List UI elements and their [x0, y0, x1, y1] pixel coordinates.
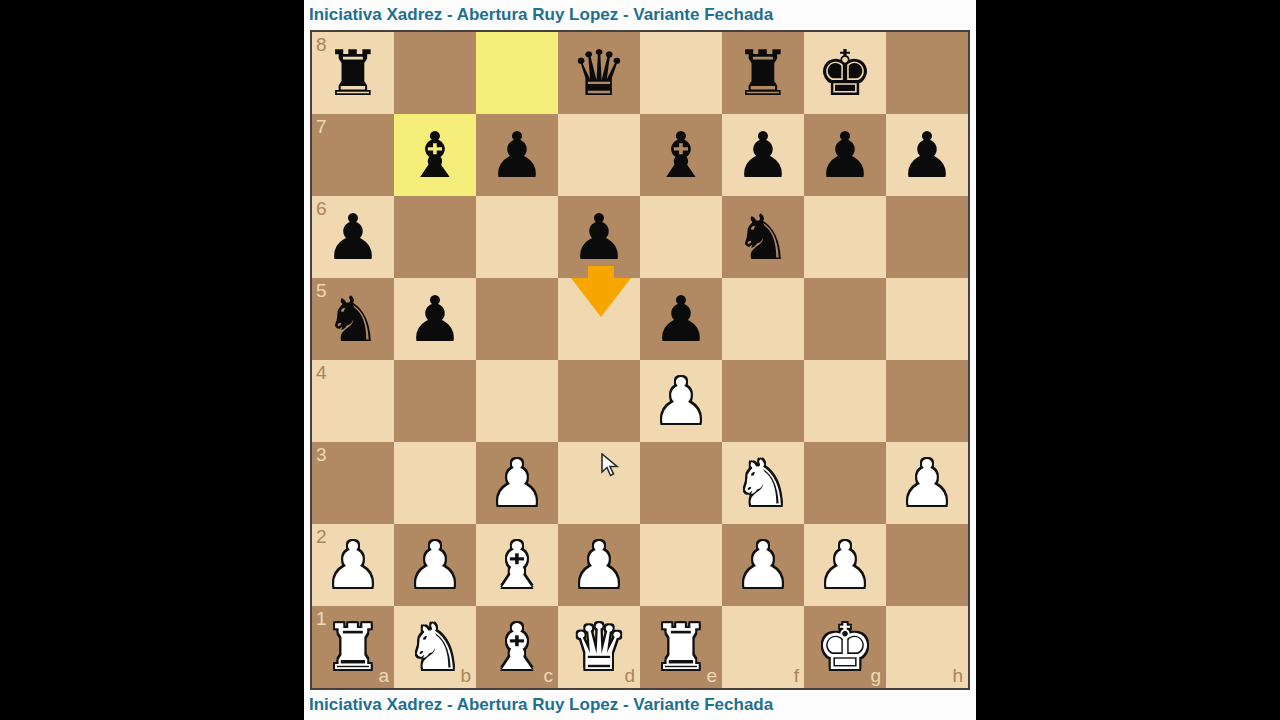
- square-c2[interactable]: ♝: [476, 524, 558, 606]
- square-c6[interactable]: [476, 196, 558, 278]
- white-pawn-h3[interactable]: ♟: [886, 442, 968, 524]
- square-h2[interactable]: [886, 524, 968, 606]
- square-a6[interactable]: 6♟: [312, 196, 394, 278]
- square-g8[interactable]: ♚: [804, 32, 886, 114]
- black-pawn-d6[interactable]: ♟: [558, 196, 640, 278]
- white-pawn-f2[interactable]: ♟: [722, 524, 804, 606]
- page-title: Iniciativa Xadrez - Abertura Ruy Lopez -…: [309, 5, 773, 25]
- white-knight-f3[interactable]: ♞: [722, 442, 804, 524]
- square-e4[interactable]: ♟: [640, 360, 722, 442]
- chess-board[interactable]: 8♜♛♜♚7♝♟♝♟♟♟6♟♟♞5♞♟♟4♟3♟♞♟2♟♟♝♟♟♟1a♜b♞c♝…: [312, 32, 968, 688]
- square-d6[interactable]: ♟: [558, 196, 640, 278]
- white-bishop-c2[interactable]: ♝: [476, 524, 558, 606]
- content-column: Iniciativa Xadrez - Abertura Ruy Lopez -…: [304, 0, 976, 720]
- black-pawn-c7[interactable]: ♟: [476, 114, 558, 196]
- square-f3[interactable]: ♞: [722, 442, 804, 524]
- black-pawn-f7[interactable]: ♟: [722, 114, 804, 196]
- white-pawn-c3[interactable]: ♟: [476, 442, 558, 524]
- square-b6[interactable]: [394, 196, 476, 278]
- square-h3[interactable]: ♟: [886, 442, 968, 524]
- square-g4[interactable]: [804, 360, 886, 442]
- square-c3[interactable]: ♟: [476, 442, 558, 524]
- square-f8[interactable]: ♜: [722, 32, 804, 114]
- square-b3[interactable]: [394, 442, 476, 524]
- square-h6[interactable]: [886, 196, 968, 278]
- white-queen-d1[interactable]: ♛: [558, 606, 640, 688]
- square-c8[interactable]: [476, 32, 558, 114]
- white-pawn-d2[interactable]: ♟: [558, 524, 640, 606]
- black-bishop-e7[interactable]: ♝: [640, 114, 722, 196]
- white-knight-b1[interactable]: ♞: [394, 606, 476, 688]
- black-knight-a5[interactable]: ♞: [312, 278, 394, 360]
- square-h7[interactable]: ♟: [886, 114, 968, 196]
- rank-label-7: 7: [316, 117, 327, 136]
- white-king-g1[interactable]: ♚: [804, 606, 886, 688]
- square-e5[interactable]: ♟: [640, 278, 722, 360]
- square-f4[interactable]: [722, 360, 804, 442]
- black-pawn-g7[interactable]: ♟: [804, 114, 886, 196]
- square-d4[interactable]: [558, 360, 640, 442]
- square-g5[interactable]: [804, 278, 886, 360]
- square-f5[interactable]: [722, 278, 804, 360]
- square-c1[interactable]: c♝: [476, 606, 558, 688]
- black-queen-d8[interactable]: ♛: [558, 32, 640, 114]
- black-pawn-h7[interactable]: ♟: [886, 114, 968, 196]
- black-king-g8[interactable]: ♚: [804, 32, 886, 114]
- square-d7[interactable]: [558, 114, 640, 196]
- square-f2[interactable]: ♟: [722, 524, 804, 606]
- rank-label-4: 4: [316, 363, 327, 382]
- square-f6[interactable]: ♞: [722, 196, 804, 278]
- square-c7[interactable]: ♟: [476, 114, 558, 196]
- square-e7[interactable]: ♝: [640, 114, 722, 196]
- square-e8[interactable]: [640, 32, 722, 114]
- square-d3[interactable]: [558, 442, 640, 524]
- white-pawn-a2[interactable]: ♟: [312, 524, 394, 606]
- square-b1[interactable]: b♞: [394, 606, 476, 688]
- square-d8[interactable]: ♛: [558, 32, 640, 114]
- square-c4[interactable]: [476, 360, 558, 442]
- square-h1[interactable]: h: [886, 606, 968, 688]
- bottom-title-bar: Iniciativa Xadrez - Abertura Ruy Lopez -…: [304, 690, 976, 720]
- square-f1[interactable]: f: [722, 606, 804, 688]
- square-g3[interactable]: [804, 442, 886, 524]
- square-a3[interactable]: 3: [312, 442, 394, 524]
- footer-title: Iniciativa Xadrez - Abertura Ruy Lopez -…: [309, 695, 773, 715]
- square-h5[interactable]: [886, 278, 968, 360]
- top-title-bar: Iniciativa Xadrez - Abertura Ruy Lopez -…: [304, 0, 976, 30]
- square-c5[interactable]: [476, 278, 558, 360]
- square-b4[interactable]: [394, 360, 476, 442]
- square-f7[interactable]: ♟: [722, 114, 804, 196]
- square-a7[interactable]: 7: [312, 114, 394, 196]
- black-pawn-e5[interactable]: ♟: [640, 278, 722, 360]
- black-bishop-b7[interactable]: ♝: [394, 114, 476, 196]
- square-g1[interactable]: g♚: [804, 606, 886, 688]
- square-d2[interactable]: ♟: [558, 524, 640, 606]
- square-e3[interactable]: [640, 442, 722, 524]
- white-rook-a1[interactable]: ♜: [312, 606, 394, 688]
- square-h4[interactable]: [886, 360, 968, 442]
- black-rook-a8[interactable]: ♜: [312, 32, 394, 114]
- square-b2[interactable]: ♟: [394, 524, 476, 606]
- white-bishop-c1[interactable]: ♝: [476, 606, 558, 688]
- square-b5[interactable]: ♟: [394, 278, 476, 360]
- black-rook-f8[interactable]: ♜: [722, 32, 804, 114]
- file-label-h: h: [952, 666, 963, 685]
- square-e6[interactable]: [640, 196, 722, 278]
- square-a2[interactable]: 2♟: [312, 524, 394, 606]
- white-pawn-e4[interactable]: ♟: [640, 360, 722, 442]
- white-pawn-g2[interactable]: ♟: [804, 524, 886, 606]
- chess-board-frame: 8♜♛♜♚7♝♟♝♟♟♟6♟♟♞5♞♟♟4♟3♟♞♟2♟♟♝♟♟♟1a♜b♞c♝…: [310, 30, 970, 690]
- square-h8[interactable]: [886, 32, 968, 114]
- square-d1[interactable]: d♛: [558, 606, 640, 688]
- black-pawn-a6[interactable]: ♟: [312, 196, 394, 278]
- square-a1[interactable]: 1a♜: [312, 606, 394, 688]
- rank-label-3: 3: [316, 445, 327, 464]
- square-g6[interactable]: [804, 196, 886, 278]
- square-a4[interactable]: 4: [312, 360, 394, 442]
- square-a5[interactable]: 5♞: [312, 278, 394, 360]
- file-label-f: f: [794, 666, 799, 685]
- white-rook-e1[interactable]: ♜: [640, 606, 722, 688]
- square-d5[interactable]: [558, 278, 640, 360]
- square-g7[interactable]: ♟: [804, 114, 886, 196]
- square-e2[interactable]: [640, 524, 722, 606]
- square-b7[interactable]: ♝: [394, 114, 476, 196]
- square-e1[interactable]: e♜: [640, 606, 722, 688]
- square-a8[interactable]: 8♜: [312, 32, 394, 114]
- white-pawn-b2[interactable]: ♟: [394, 524, 476, 606]
- black-knight-f6[interactable]: ♞: [722, 196, 804, 278]
- square-g2[interactable]: ♟: [804, 524, 886, 606]
- black-pawn-b5[interactable]: ♟: [394, 278, 476, 360]
- square-b8[interactable]: [394, 32, 476, 114]
